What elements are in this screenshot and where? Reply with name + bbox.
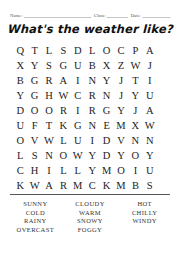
word-item-cloudy: CLOUDY — [63, 200, 118, 209]
grid-cell-e5: I — [71, 103, 85, 118]
grid-cell-j10: S — [143, 178, 157, 193]
grid-cell-a9: C — [13, 163, 27, 178]
grid-cell-g1: O — [99, 43, 113, 58]
grid-cell-e7: U — [71, 133, 85, 148]
grid-cell-a10: K — [13, 178, 27, 193]
grid-cell-c8: N — [42, 148, 56, 163]
grid-cell-i3: T — [128, 73, 142, 88]
grid-cell-c4: H — [42, 88, 56, 103]
word-list-column-3: HOTCHILLYWINDY — [117, 200, 172, 234]
grid-cell-j9: U — [143, 163, 157, 178]
grid-cell-d3: A — [56, 73, 70, 88]
grid-cell-j4: U — [143, 88, 157, 103]
grid-cell-g2: X — [99, 58, 113, 73]
grid-cell-c3: R — [42, 73, 56, 88]
name-blank-line — [24, 13, 91, 18]
word-list: SUNNYCOLDRAINYOVERCAST CLOUDYWARMSNOWYFO… — [8, 200, 172, 234]
grid-cell-f7: I — [85, 133, 99, 148]
grid-cell-j2: J — [143, 58, 157, 73]
grid-cell-i2: W — [128, 58, 142, 73]
grid-cell-h7: V — [114, 133, 128, 148]
word-item-rainy: RAINY — [8, 217, 63, 226]
grid-cell-a2: X — [13, 58, 27, 73]
word-item-overcast: OVERCAST — [8, 226, 63, 235]
grid-cell-h6: M — [114, 118, 128, 133]
grid-cell-e8: W — [71, 148, 85, 163]
grid-cell-f5: R — [85, 103, 99, 118]
grid-cell-a1: Q — [13, 43, 27, 58]
grid-cell-b10: W — [27, 178, 41, 193]
grid-cell-c6: T — [42, 118, 56, 133]
grid-cell-h3: J — [114, 73, 128, 88]
date-label: Date: — [131, 13, 143, 18]
grid-cell-i9: I — [128, 163, 142, 178]
grid-cell-b1: T — [27, 43, 41, 58]
name-label: Name: — [10, 13, 24, 18]
grid-cell-i1: P — [128, 43, 142, 58]
grid-cell-a5: D — [13, 103, 27, 118]
grid-cell-d7: L — [56, 133, 70, 148]
grid-cell-g7: D — [99, 133, 113, 148]
grid-cell-g10: K — [99, 178, 113, 193]
grid-cell-c10: A — [42, 178, 56, 193]
word-list-column-1: SUNNYCOLDRAINYOVERCAST — [8, 200, 63, 234]
word-item-sunny: SUNNY — [8, 200, 63, 209]
grid-cell-j3: I — [143, 73, 157, 88]
grid-cell-g6: E — [99, 118, 113, 133]
grid-cell-a3: B — [13, 73, 27, 88]
grid-cell-i8: O — [128, 148, 142, 163]
grid-cell-b4: G — [27, 88, 41, 103]
grid-cell-e9: L — [71, 163, 85, 178]
grid-cell-g8: D — [99, 148, 113, 163]
grid-cell-f3: N — [85, 73, 99, 88]
grid-cell-h5: Y — [114, 103, 128, 118]
grid-cell-j5: A — [143, 103, 157, 118]
grid-cell-d1: S — [56, 43, 70, 58]
date-blank-line — [142, 13, 170, 18]
grid-cell-j8: Y — [143, 148, 157, 163]
word-item-foggy: FOGGY — [63, 226, 118, 235]
grid-cell-f1: L — [85, 43, 99, 58]
word-item-snowy: SNOWY — [63, 217, 118, 226]
word-item-hot: HOT — [117, 200, 172, 209]
grid-cell-h1: C — [114, 43, 128, 58]
grid-cell-g5: G — [99, 103, 113, 118]
grid-cell-d8: O — [56, 148, 70, 163]
grid-cell-i5: J — [128, 103, 142, 118]
puzzle-title: What's the weather like? — [0, 22, 180, 36]
grid-cell-f4: R — [85, 88, 99, 103]
grid-cell-e6: G — [71, 118, 85, 133]
word-item-windy: WINDY — [117, 217, 172, 226]
grid-cell-b3: G — [27, 73, 41, 88]
grid-cell-b7: V — [27, 133, 41, 148]
grid-cell-a8: L — [13, 148, 27, 163]
grid-cell-e4: C — [71, 88, 85, 103]
grid-cell-d9: L — [56, 163, 70, 178]
grid-cell-f10: C — [85, 178, 99, 193]
grid-cell-i10: B — [128, 178, 142, 193]
grid-cell-d4: W — [56, 88, 70, 103]
grid-cell-b9: H — [27, 163, 41, 178]
grid-cell-j7: N — [143, 133, 157, 148]
grid-cell-f9: Y — [85, 163, 99, 178]
grid-cell-f6: N — [85, 118, 99, 133]
grid-cell-e1: D — [71, 43, 85, 58]
class-blank-line — [107, 13, 128, 18]
grid-cell-g9: M — [99, 163, 113, 178]
grid-cell-c9: I — [42, 163, 56, 178]
grid-cell-i7: N — [128, 133, 142, 148]
grid-cell-e10: M — [71, 178, 85, 193]
grid-cell-a6: U — [13, 118, 27, 133]
word-item-warm: WARM — [63, 209, 118, 218]
grid-cell-h9: O — [114, 163, 128, 178]
grid-cell-h8: Y — [114, 148, 128, 163]
grid-cell-d5: R — [56, 103, 70, 118]
word-item-chilly: CHILLY — [117, 209, 172, 218]
grid-cell-h2: Z — [114, 58, 128, 73]
grid-cell-b6: F — [27, 118, 41, 133]
word-item-cold: COLD — [8, 209, 63, 218]
grid-cell-j6: W — [143, 118, 157, 133]
grid-cell-j1: A — [143, 43, 157, 58]
grid-cell-h10: M — [114, 178, 128, 193]
grid-cell-c5: O — [42, 103, 56, 118]
word-list-column-2: CLOUDYWARMSNOWYFOGGY — [63, 200, 118, 234]
grid-cell-c7: W — [42, 133, 56, 148]
grid-cell-f8: Y — [85, 148, 99, 163]
divider-rule — [10, 194, 170, 195]
grid-cell-e2: U — [71, 58, 85, 73]
grid-cell-d6: K — [56, 118, 70, 133]
grid-cell-e3: I — [71, 73, 85, 88]
grid-cell-b2: Y — [27, 58, 41, 73]
grid-cell-i4: Y — [128, 88, 142, 103]
worksheet-header: Name: Class: Date: — [10, 13, 171, 18]
grid-cell-c2: S — [42, 58, 56, 73]
grid-cell-d2: G — [56, 58, 70, 73]
grid-cell-f2: B — [85, 58, 99, 73]
grid-cell-i6: X — [128, 118, 142, 133]
grid-cell-h4: J — [114, 88, 128, 103]
grid-cell-a7: O — [13, 133, 27, 148]
worksheet-page: Name: Class: Date: What's the weather li… — [0, 0, 180, 255]
grid-cell-d10: R — [56, 178, 70, 193]
letter-grid: QTLSDLOCPAXYSGUBXZWJBGRAINYJTIYGHWCRNJYU… — [13, 43, 157, 193]
grid-cell-c1: L — [42, 43, 56, 58]
grid-cell-b8: S — [27, 148, 41, 163]
grid-cell-g4: N — [99, 88, 113, 103]
class-label: Class: — [94, 13, 107, 18]
grid-cell-g3: Y — [99, 73, 113, 88]
grid-cell-b5: O — [27, 103, 41, 118]
grid-cell-a4: Y — [13, 88, 27, 103]
